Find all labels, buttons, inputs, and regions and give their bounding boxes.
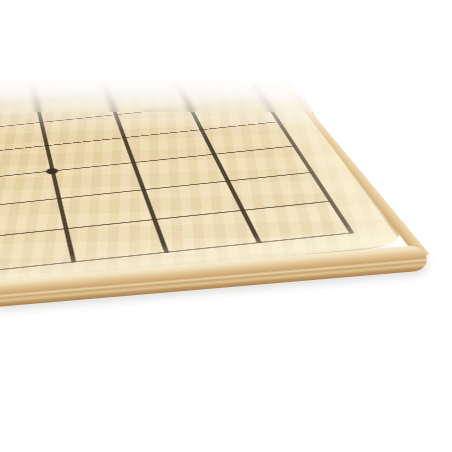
hoshi-point: [46, 168, 58, 175]
hoshi-point: [18, 43, 27, 47]
go-board-surface: [0, 0, 410, 375]
depth-blur-overlay: [0, 60, 452, 112]
goban-photo-scene: [0, 0, 452, 452]
